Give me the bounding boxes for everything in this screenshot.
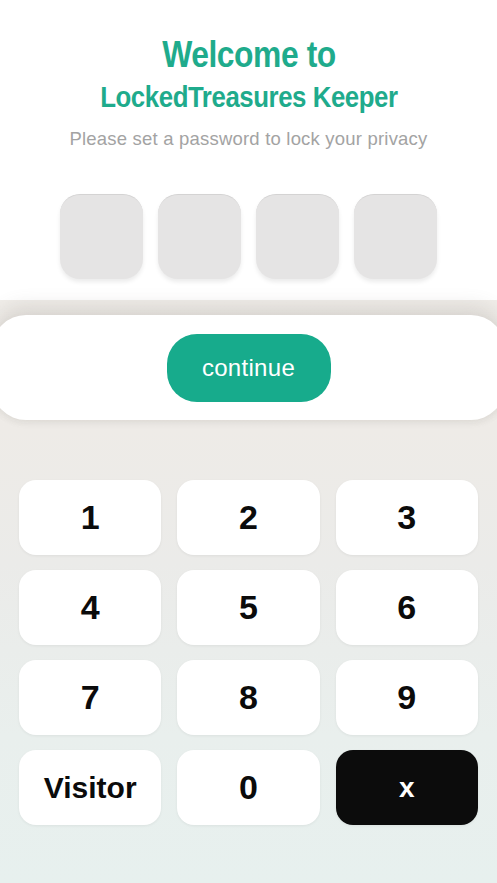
continue-button[interactable]: continue <box>167 334 331 402</box>
key-8[interactable]: 8 <box>177 660 319 735</box>
pin-box-4 <box>354 194 437 279</box>
continue-panel: continue <box>0 315 497 420</box>
key-4[interactable]: 4 <box>19 570 161 645</box>
key-7[interactable]: 7 <box>19 660 161 735</box>
pin-box-3 <box>256 194 339 279</box>
app-screen: Welcome to LockedTreasures Keeper Please… <box>0 0 497 883</box>
key-5[interactable]: 5 <box>177 570 319 645</box>
key-3[interactable]: 3 <box>336 480 478 555</box>
pin-box-2 <box>158 194 241 279</box>
pin-entry <box>0 194 497 279</box>
key-6[interactable]: 6 <box>336 570 478 645</box>
key-0[interactable]: 0 <box>177 750 319 825</box>
page-title-line1: Welcome to <box>162 34 336 76</box>
bottom-sheet: continue 1 2 3 4 5 6 7 8 9 Visitor 0 x <box>0 300 497 883</box>
key-1[interactable]: 1 <box>19 480 161 555</box>
keypad: 1 2 3 4 5 6 7 8 9 Visitor 0 x <box>19 480 478 825</box>
key-2[interactable]: 2 <box>177 480 319 555</box>
delete-key[interactable]: x <box>336 750 478 825</box>
pin-box-1 <box>60 194 143 279</box>
key-9[interactable]: 9 <box>336 660 478 735</box>
header: Welcome to LockedTreasures Keeper Please… <box>0 0 497 150</box>
visitor-button[interactable]: Visitor <box>19 750 161 825</box>
subtitle: Please set a password to lock your priva… <box>0 128 497 150</box>
page-title-line2: LockedTreasures Keeper <box>100 80 397 114</box>
